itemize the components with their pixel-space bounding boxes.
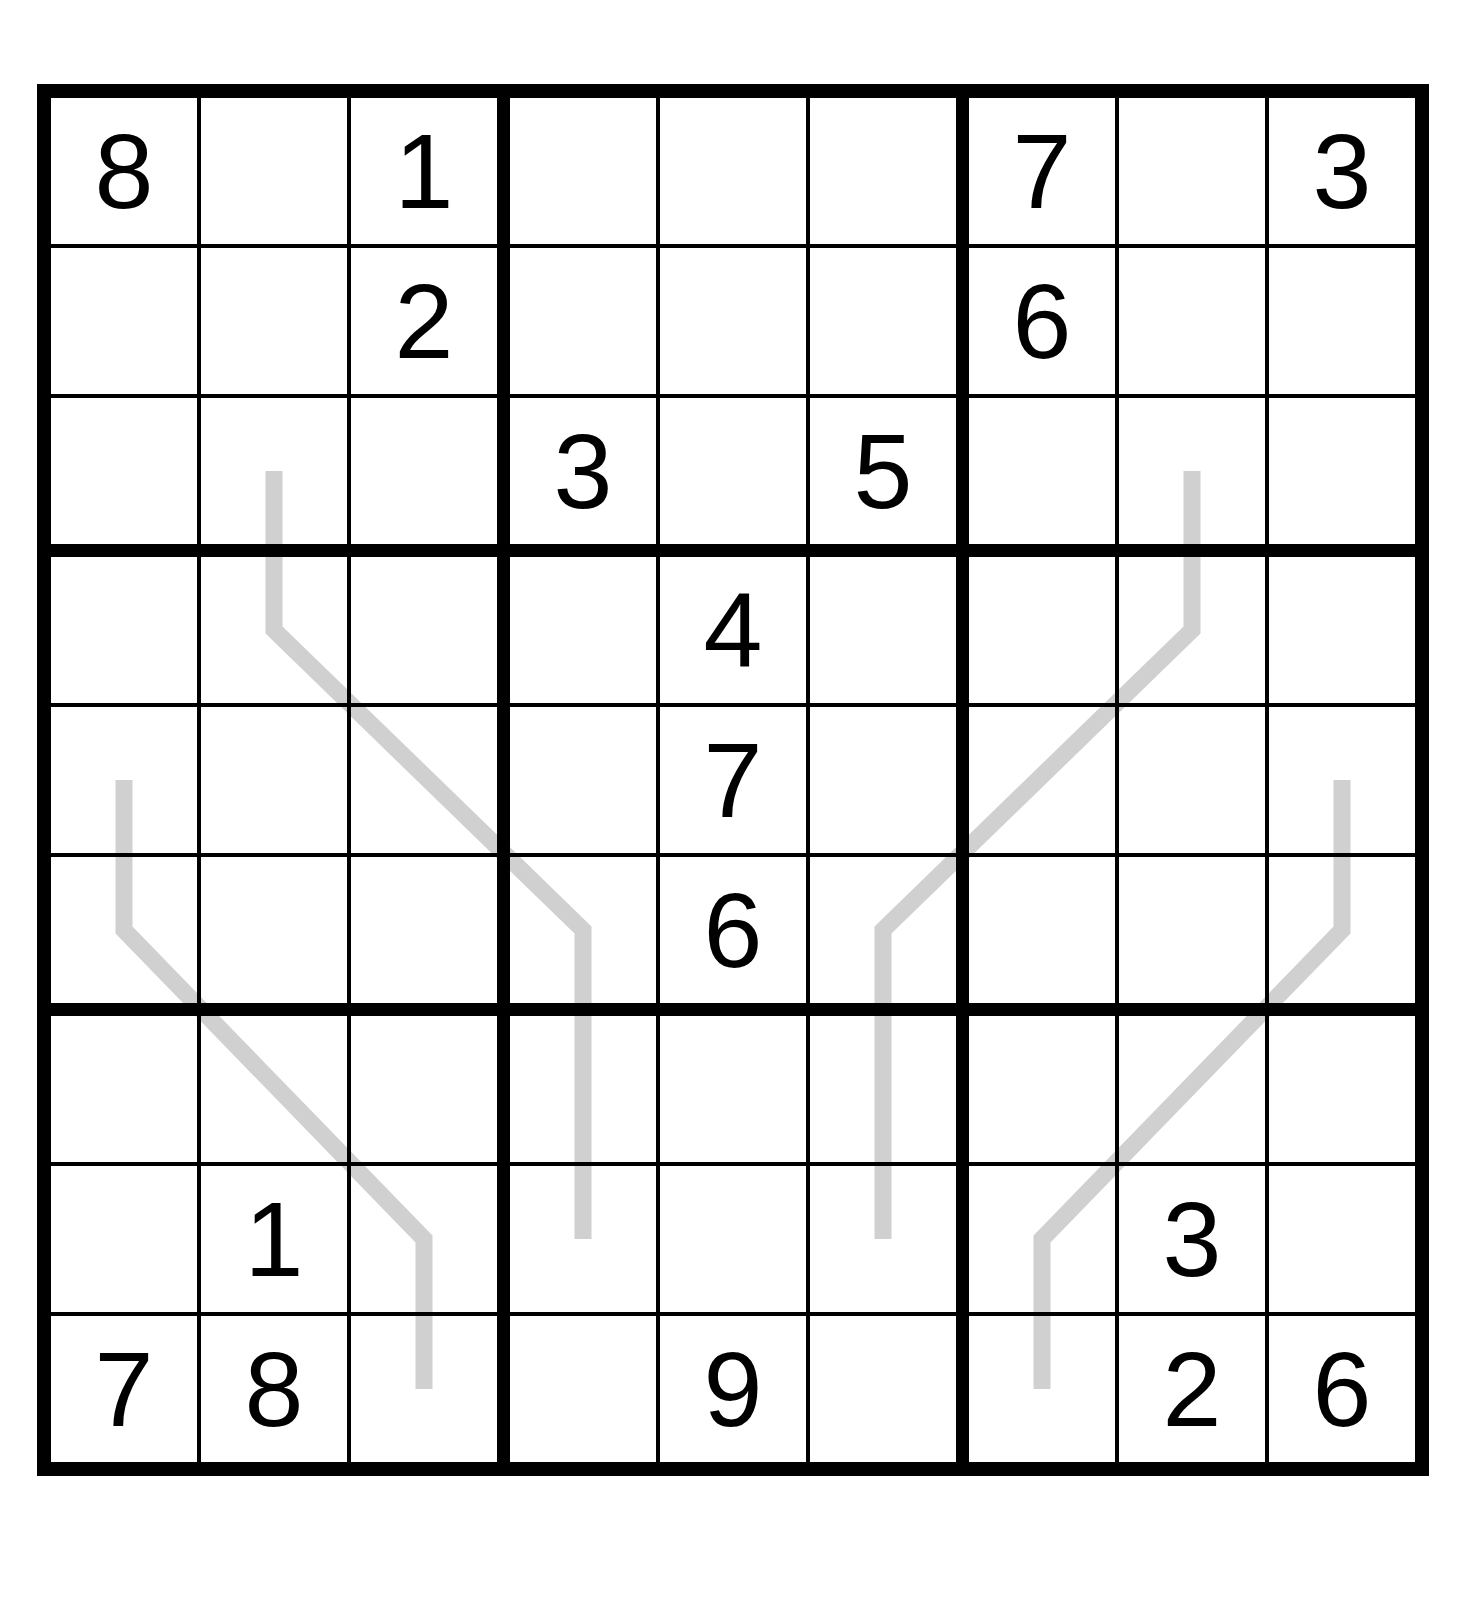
cell-r4c9[interactable] — [1269, 557, 1415, 703]
cell-r6c6[interactable] — [810, 857, 956, 1003]
cell-r1c9[interactable]: 3 — [1269, 98, 1415, 244]
cell-r4c4[interactable] — [510, 557, 656, 703]
cell-r8c1[interactable] — [51, 1166, 197, 1312]
cell-r5c7[interactable] — [969, 707, 1115, 853]
cell-r7c1[interactable] — [51, 1016, 197, 1162]
cell-r3c7[interactable] — [969, 398, 1115, 544]
cell-r3c9[interactable] — [1269, 398, 1415, 544]
cell-r7c5[interactable] — [660, 1016, 806, 1162]
cell-r5c5[interactable]: 7 — [660, 707, 806, 853]
cell-r9c7[interactable] — [969, 1316, 1115, 1462]
cell-r8c8[interactable]: 3 — [1119, 1166, 1265, 1312]
cell-r8c9[interactable] — [1269, 1166, 1415, 1312]
cell-r3c3[interactable] — [351, 398, 497, 544]
cell-r5c4[interactable] — [510, 707, 656, 853]
cell-r2c4[interactable] — [510, 248, 656, 394]
cell-r3c4[interactable]: 3 — [510, 398, 656, 544]
cell-r5c8[interactable] — [1119, 707, 1265, 853]
page-canvas: 817326354761378926 — [0, 0, 1469, 1600]
cell-r2c1[interactable] — [51, 248, 197, 394]
cell-r6c4[interactable] — [510, 857, 656, 1003]
cell-r5c9[interactable] — [1269, 707, 1415, 853]
cell-r1c1[interactable]: 8 — [51, 98, 197, 244]
cell-r1c2[interactable] — [201, 98, 347, 244]
cell-r2c8[interactable] — [1119, 248, 1265, 394]
cell-r9c3[interactable] — [351, 1316, 497, 1462]
cell-r4c3[interactable] — [351, 557, 497, 703]
cell-r9c4[interactable] — [510, 1316, 656, 1462]
cell-r5c1[interactable] — [51, 707, 197, 853]
cell-r2c6[interactable] — [810, 248, 956, 394]
cell-r6c3[interactable] — [351, 857, 497, 1003]
cell-r2c2[interactable] — [201, 248, 347, 394]
cell-r4c6[interactable] — [810, 557, 956, 703]
cell-r9c6[interactable] — [810, 1316, 956, 1462]
cell-r7c6[interactable] — [810, 1016, 956, 1162]
cell-r3c6[interactable]: 5 — [810, 398, 956, 544]
cell-r4c8[interactable] — [1119, 557, 1265, 703]
cell-r8c5[interactable] — [660, 1166, 806, 1312]
cell-r8c2[interactable]: 1 — [201, 1166, 347, 1312]
cell-r1c4[interactable] — [510, 98, 656, 244]
cell-r2c7[interactable]: 6 — [969, 248, 1115, 394]
cell-r9c9[interactable]: 6 — [1269, 1316, 1415, 1462]
cell-r8c7[interactable] — [969, 1166, 1115, 1312]
cell-r8c6[interactable] — [810, 1166, 956, 1312]
cell-r5c3[interactable] — [351, 707, 497, 853]
cell-r2c9[interactable] — [1269, 248, 1415, 394]
cell-r8c3[interactable] — [351, 1166, 497, 1312]
cell-r5c6[interactable] — [810, 707, 956, 853]
cell-r4c5[interactable]: 4 — [660, 557, 806, 703]
cell-r6c2[interactable] — [201, 857, 347, 1003]
cell-r6c7[interactable] — [969, 857, 1115, 1003]
cell-r3c5[interactable] — [660, 398, 806, 544]
cell-r5c2[interactable] — [201, 707, 347, 853]
cell-r2c3[interactable]: 2 — [351, 248, 497, 394]
cell-r7c9[interactable] — [1269, 1016, 1415, 1162]
cell-r8c4[interactable] — [510, 1166, 656, 1312]
cell-r6c5[interactable]: 6 — [660, 857, 806, 1003]
cell-r1c8[interactable] — [1119, 98, 1265, 244]
cell-r6c8[interactable] — [1119, 857, 1265, 1003]
cell-r9c2[interactable]: 8 — [201, 1316, 347, 1462]
cell-r7c7[interactable] — [969, 1016, 1115, 1162]
cell-r3c8[interactable] — [1119, 398, 1265, 544]
cell-r1c6[interactable] — [810, 98, 956, 244]
cell-r3c1[interactable] — [51, 398, 197, 544]
cell-r2c5[interactable] — [660, 248, 806, 394]
cell-r1c3[interactable]: 1 — [351, 98, 497, 244]
cell-r7c3[interactable] — [351, 1016, 497, 1162]
sudoku-board: 817326354761378926 — [37, 84, 1429, 1476]
cell-r6c1[interactable] — [51, 857, 197, 1003]
cell-r7c4[interactable] — [510, 1016, 656, 1162]
cell-grid: 817326354761378926 — [51, 98, 1415, 1462]
cell-r9c8[interactable]: 2 — [1119, 1316, 1265, 1462]
cell-r3c2[interactable] — [201, 398, 347, 544]
cell-r7c2[interactable] — [201, 1016, 347, 1162]
cell-r6c9[interactable] — [1269, 857, 1415, 1003]
cell-r1c5[interactable] — [660, 98, 806, 244]
cell-r4c7[interactable] — [969, 557, 1115, 703]
cell-r1c7[interactable]: 7 — [969, 98, 1115, 244]
cell-r4c1[interactable] — [51, 557, 197, 703]
cell-r9c1[interactable]: 7 — [51, 1316, 197, 1462]
cell-r7c8[interactable] — [1119, 1016, 1265, 1162]
cell-r9c5[interactable]: 9 — [660, 1316, 806, 1462]
cell-r4c2[interactable] — [201, 557, 347, 703]
